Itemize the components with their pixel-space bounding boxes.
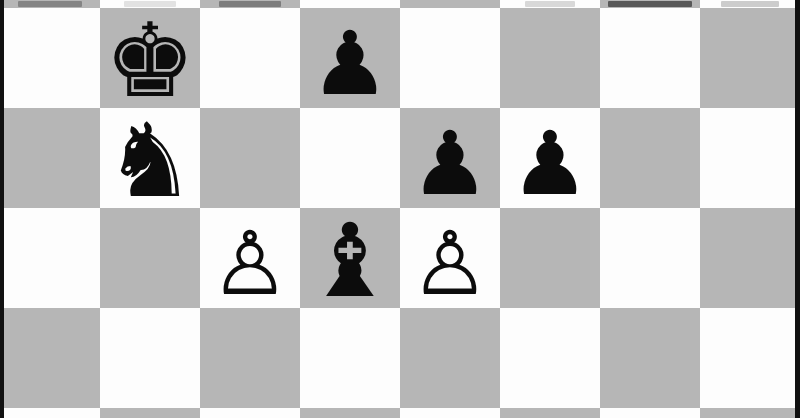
square-r1-c1[interactable]: ♞	[100, 108, 200, 208]
piece-black-pawn[interactable]: ♟	[511, 114, 590, 214]
piece-black-knight[interactable]: ♞	[104, 111, 195, 211]
board-right-border	[795, 0, 800, 418]
top-sliver-square-c4	[400, 0, 500, 8]
square-r3-c0[interactable]	[0, 308, 100, 408]
square-r1-c3[interactable]	[300, 108, 400, 208]
square-r2-c1[interactable]	[100, 208, 200, 308]
square-r2-c3[interactable]: ♝	[300, 208, 400, 308]
square-r2-c6[interactable]	[600, 208, 700, 308]
square-r3-c1[interactable]	[100, 308, 200, 408]
piece-white-pawn[interactable]: ♙	[411, 214, 490, 314]
piece-black-king[interactable]: ♚	[104, 11, 195, 111]
square-r2-c0[interactable]	[0, 208, 100, 308]
square-r2-c5[interactable]	[500, 208, 600, 308]
bottom-sliver-square-c7	[700, 408, 800, 418]
bottom-sliver-square-c4	[400, 408, 500, 418]
cropped-piece-base	[721, 1, 779, 7]
top-sliver-square-c3	[300, 0, 400, 8]
bottom-sliver-square-c2	[200, 408, 300, 418]
square-r3-c7[interactable]	[700, 308, 800, 408]
chess-board: ♚♟♞♟♟♙♝♙	[0, 0, 800, 418]
square-r0-c4[interactable]	[400, 8, 500, 108]
board-grid: ♚♟♞♟♟♙♝♙	[0, 0, 800, 418]
cropped-piece-base	[525, 1, 575, 7]
top-sliver-square-c7	[700, 0, 800, 8]
square-r3-c5[interactable]	[500, 308, 600, 408]
piece-black-pawn[interactable]: ♟	[411, 114, 490, 214]
bottom-sliver-square-c6	[600, 408, 700, 418]
square-r1-c2[interactable]	[200, 108, 300, 208]
square-r0-c2[interactable]	[200, 8, 300, 108]
square-r3-c4[interactable]	[400, 308, 500, 408]
top-sliver-square-c6	[600, 0, 700, 8]
cropped-piece-base	[608, 1, 692, 7]
square-r1-c7[interactable]	[700, 108, 800, 208]
bottom-sliver-square-c3	[300, 408, 400, 418]
piece-white-pawn[interactable]: ♙	[211, 214, 290, 314]
square-r2-c7[interactable]	[700, 208, 800, 308]
square-r0-c5[interactable]	[500, 8, 600, 108]
square-r3-c3[interactable]	[300, 308, 400, 408]
square-r0-c6[interactable]	[600, 8, 700, 108]
square-r3-c6[interactable]	[600, 308, 700, 408]
bottom-sliver-square-c1	[100, 408, 200, 418]
piece-black-pawn[interactable]: ♟	[311, 14, 390, 114]
square-r0-c0[interactable]	[0, 8, 100, 108]
top-sliver-square-c0	[0, 0, 100, 8]
bottom-sliver-square-c5	[500, 408, 600, 418]
square-r0-c7[interactable]	[700, 8, 800, 108]
top-sliver-square-c2	[200, 0, 300, 8]
piece-black-bishop[interactable]: ♝	[304, 211, 395, 311]
square-r2-c2[interactable]: ♙	[200, 208, 300, 308]
square-r3-c2[interactable]	[200, 308, 300, 408]
square-r1-c5[interactable]: ♟	[500, 108, 600, 208]
cropped-piece-base	[219, 1, 281, 7]
square-r1-c4[interactable]: ♟	[400, 108, 500, 208]
cropped-piece-base	[18, 1, 82, 7]
board-left-border	[0, 0, 4, 418]
square-r1-c6[interactable]	[600, 108, 700, 208]
top-sliver-square-c5	[500, 0, 600, 8]
square-r0-c1[interactable]: ♚	[100, 8, 200, 108]
square-r2-c4[interactable]: ♙	[400, 208, 500, 308]
square-r0-c3[interactable]: ♟	[300, 8, 400, 108]
bottom-sliver-square-c0	[0, 408, 100, 418]
square-r1-c0[interactable]	[0, 108, 100, 208]
